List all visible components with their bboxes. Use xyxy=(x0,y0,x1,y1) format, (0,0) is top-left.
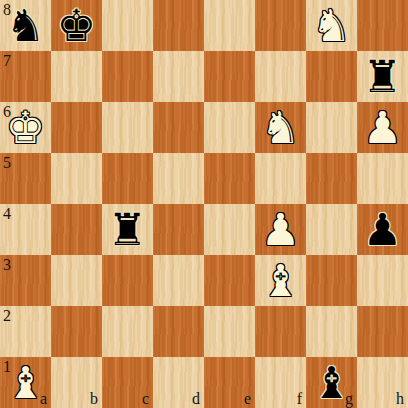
square-g8[interactable]: ♞ xyxy=(306,0,357,51)
square-e2[interactable] xyxy=(204,306,255,357)
file-label-b: b xyxy=(90,391,98,407)
square-e6[interactable] xyxy=(204,102,255,153)
square-c5[interactable] xyxy=(102,153,153,204)
rank-label-2: 2 xyxy=(3,308,11,324)
piece-black-pawn-h4[interactable]: ♟ xyxy=(357,204,408,255)
square-d5[interactable] xyxy=(153,153,204,204)
piece-white-bishop-a1[interactable]: ♝ xyxy=(0,357,51,408)
square-h5[interactable] xyxy=(357,153,408,204)
square-h7[interactable]: ♜ xyxy=(357,51,408,102)
square-c2[interactable] xyxy=(102,306,153,357)
square-f3[interactable]: ♝ xyxy=(255,255,306,306)
square-f1[interactable]: f xyxy=(255,357,306,408)
square-c1[interactable]: c xyxy=(102,357,153,408)
square-e1[interactable]: e xyxy=(204,357,255,408)
square-h8[interactable] xyxy=(357,0,408,51)
square-h4[interactable]: ♟ xyxy=(357,204,408,255)
square-h6[interactable]: ♟ xyxy=(357,102,408,153)
square-d4[interactable] xyxy=(153,204,204,255)
square-f5[interactable] xyxy=(255,153,306,204)
square-e7[interactable] xyxy=(204,51,255,102)
square-g4[interactable] xyxy=(306,204,357,255)
square-h1[interactable]: h xyxy=(357,357,408,408)
piece-white-bishop-f3[interactable]: ♝ xyxy=(255,255,306,306)
square-b8[interactable]: ♚ xyxy=(51,0,102,51)
piece-white-pawn-h6[interactable]: ♟ xyxy=(357,102,408,153)
square-d7[interactable] xyxy=(153,51,204,102)
piece-black-rook-h7[interactable]: ♜ xyxy=(357,51,408,102)
file-label-h: h xyxy=(396,391,404,407)
square-b6[interactable] xyxy=(51,102,102,153)
file-label-c: c xyxy=(142,391,149,407)
square-a2[interactable]: 2 xyxy=(0,306,51,357)
piece-black-king-b8[interactable]: ♚ xyxy=(51,0,102,51)
square-a6[interactable]: 6♚ xyxy=(0,102,51,153)
square-b4[interactable] xyxy=(51,204,102,255)
piece-black-knight-a8[interactable]: ♞ xyxy=(0,0,51,51)
square-a8[interactable]: 8♞ xyxy=(0,0,51,51)
square-c6[interactable] xyxy=(102,102,153,153)
square-b2[interactable] xyxy=(51,306,102,357)
square-b5[interactable] xyxy=(51,153,102,204)
chess-board: 8♞♚♞7♜6♚♞♟54♜♟♟3♝21a♝bcdefg♝h xyxy=(0,0,408,408)
square-b3[interactable] xyxy=(51,255,102,306)
file-label-d: d xyxy=(192,391,200,407)
square-a1[interactable]: 1a♝ xyxy=(0,357,51,408)
square-d2[interactable] xyxy=(153,306,204,357)
square-f7[interactable] xyxy=(255,51,306,102)
square-c4[interactable]: ♜ xyxy=(102,204,153,255)
square-a7[interactable]: 7 xyxy=(0,51,51,102)
square-a4[interactable]: 4 xyxy=(0,204,51,255)
rank-label-7: 7 xyxy=(3,53,11,69)
square-e5[interactable] xyxy=(204,153,255,204)
square-g2[interactable] xyxy=(306,306,357,357)
piece-black-rook-c4[interactable]: ♜ xyxy=(102,204,153,255)
square-d8[interactable] xyxy=(153,0,204,51)
square-f6[interactable]: ♞ xyxy=(255,102,306,153)
square-c8[interactable] xyxy=(102,0,153,51)
file-label-e: e xyxy=(244,391,251,407)
square-g6[interactable] xyxy=(306,102,357,153)
square-c3[interactable] xyxy=(102,255,153,306)
piece-black-bishop-g1[interactable]: ♝ xyxy=(306,357,357,408)
square-b1[interactable]: b xyxy=(51,357,102,408)
square-d3[interactable] xyxy=(153,255,204,306)
square-f8[interactable] xyxy=(255,0,306,51)
square-g5[interactable] xyxy=(306,153,357,204)
rank-label-3: 3 xyxy=(3,257,11,273)
square-h2[interactable] xyxy=(357,306,408,357)
square-f2[interactable] xyxy=(255,306,306,357)
rank-label-5: 5 xyxy=(3,155,11,171)
square-e8[interactable] xyxy=(204,0,255,51)
rank-label-4: 4 xyxy=(3,206,11,222)
square-f4[interactable]: ♟ xyxy=(255,204,306,255)
square-g3[interactable] xyxy=(306,255,357,306)
square-b7[interactable] xyxy=(51,51,102,102)
square-c7[interactable] xyxy=(102,51,153,102)
piece-white-pawn-f4[interactable]: ♟ xyxy=(255,204,306,255)
square-e3[interactable] xyxy=(204,255,255,306)
square-e4[interactable] xyxy=(204,204,255,255)
piece-white-king-a6[interactable]: ♚ xyxy=(0,102,51,153)
square-g1[interactable]: g♝ xyxy=(306,357,357,408)
square-a3[interactable]: 3 xyxy=(0,255,51,306)
file-label-f: f xyxy=(297,391,302,407)
square-g7[interactable] xyxy=(306,51,357,102)
square-a5[interactable]: 5 xyxy=(0,153,51,204)
square-d1[interactable]: d xyxy=(153,357,204,408)
square-d6[interactable] xyxy=(153,102,204,153)
square-h3[interactable] xyxy=(357,255,408,306)
piece-white-knight-f6[interactable]: ♞ xyxy=(255,102,306,153)
piece-white-knight-g8[interactable]: ♞ xyxy=(306,0,357,51)
